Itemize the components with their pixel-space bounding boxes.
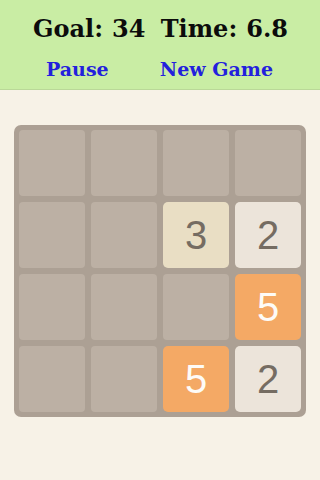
board-grid[interactable]: 3 2 5 5 2 bbox=[14, 125, 306, 417]
header-bar: Goal: 34 Time: 6.8 Pause New Game bbox=[0, 0, 320, 90]
cell-r0c1 bbox=[91, 130, 157, 196]
cell-r2c2 bbox=[163, 274, 229, 340]
status-row: Goal: 34 Time: 6.8 bbox=[0, 16, 320, 42]
cell-r1c3: 2 bbox=[235, 202, 301, 268]
button-row: Pause New Game bbox=[0, 58, 320, 80]
goal-stat: Goal: 34 bbox=[33, 16, 145, 42]
cell-r3c2: 5 bbox=[163, 346, 229, 412]
cell-r2c3: 5 bbox=[235, 274, 301, 340]
cell-r1c0 bbox=[19, 202, 85, 268]
new-game-button[interactable]: New Game bbox=[160, 58, 273, 80]
cell-r0c3 bbox=[235, 130, 301, 196]
game-screen: Goal: 34 Time: 6.8 Pause New Game 3 2 5 … bbox=[0, 0, 320, 480]
cell-r2c1 bbox=[91, 274, 157, 340]
cell-r0c0 bbox=[19, 130, 85, 196]
cell-r3c3: 2 bbox=[235, 346, 301, 412]
goal-value: 34 bbox=[112, 16, 145, 42]
cell-r0c2 bbox=[163, 130, 229, 196]
cell-r3c0 bbox=[19, 346, 85, 412]
time-value: 6.8 bbox=[246, 16, 288, 42]
goal-label: Goal: bbox=[33, 16, 103, 42]
cell-r1c1 bbox=[91, 202, 157, 268]
cell-r2c0 bbox=[19, 274, 85, 340]
cell-r3c1 bbox=[91, 346, 157, 412]
time-stat: Time: 6.8 bbox=[161, 16, 288, 42]
pause-button[interactable]: Pause bbox=[46, 58, 109, 80]
cell-r1c2: 3 bbox=[163, 202, 229, 268]
time-label: Time: bbox=[161, 16, 238, 42]
